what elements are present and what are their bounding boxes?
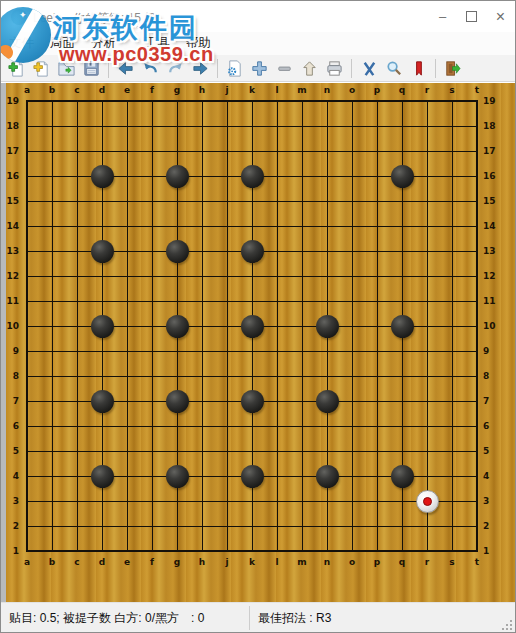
coord-label-row: 6	[483, 420, 498, 432]
black-stone-d7	[91, 390, 114, 413]
last-move-marker	[423, 497, 432, 506]
coord-label-row: 1	[4, 545, 19, 557]
goban-wood	[6, 83, 515, 602]
new-document-icon	[7, 59, 26, 78]
black-stone-g10	[166, 315, 189, 338]
toolbar-separator	[217, 59, 218, 78]
grid-line	[26, 376, 478, 377]
app-icon	[11, 9, 27, 25]
coord-label-row: 13	[483, 245, 498, 257]
save-floppy-icon	[82, 59, 101, 78]
grid-line	[26, 550, 478, 552]
coord-label-column: j	[220, 84, 234, 96]
coord-label-column: e	[120, 556, 134, 568]
grid-line	[427, 100, 428, 552]
coord-label-column: c	[70, 556, 84, 568]
coord-label-row: 19	[483, 95, 498, 107]
toolbar-button-delete[interactable]	[357, 57, 380, 80]
grid-line	[26, 526, 478, 527]
toolbar-button-exit[interactable]	[441, 57, 464, 80]
coord-label-row: 14	[483, 220, 498, 232]
coord-label-row: 16	[4, 170, 19, 182]
coord-label-column: n	[320, 556, 334, 568]
grid-line	[352, 100, 353, 552]
black-stone-g4	[166, 465, 189, 488]
black-stone-q16	[391, 165, 414, 188]
menu-help[interactable]: 帮助	[178, 32, 219, 55]
coord-label-row: 8	[4, 370, 19, 382]
grid-line	[452, 100, 453, 552]
resize-grip[interactable]	[502, 620, 512, 630]
black-stone-g7	[166, 390, 189, 413]
close-button[interactable]: ×	[486, 1, 515, 32]
coord-label-column: o	[345, 556, 359, 568]
black-stone-d4	[91, 465, 114, 488]
grid-line	[26, 351, 478, 352]
exit-door-icon	[443, 59, 462, 78]
coord-label-row: 10	[483, 320, 498, 332]
grid-line	[277, 100, 278, 552]
toolbar-button-bookmark[interactable]	[407, 57, 430, 80]
toolbar-button-go-first[interactable]	[114, 57, 137, 80]
status-komi-captures: 贴目: 0.5; 被提子数 白方: 0/黑方 : 0	[9, 610, 204, 627]
toolbar-button-up[interactable]	[298, 57, 321, 80]
red-bookmark-icon	[409, 59, 428, 78]
black-stone-k13	[241, 240, 264, 263]
grid-line	[377, 100, 378, 552]
coord-label-row: 2	[483, 520, 498, 532]
black-stone-d13	[91, 240, 114, 263]
coord-label-column: g	[170, 84, 184, 96]
coord-label-row: 19	[4, 95, 19, 107]
coord-label-column: e	[120, 84, 134, 96]
coord-label-column: l	[270, 556, 284, 568]
undo-icon	[141, 59, 160, 78]
menu-tools[interactable]: 工具	[137, 32, 178, 55]
coord-label-row: 12	[483, 270, 498, 282]
coord-label-row: 5	[4, 445, 19, 457]
toolbar-button-new[interactable]	[5, 57, 28, 80]
coord-label-row: 15	[483, 195, 498, 207]
coord-label-column: h	[195, 556, 209, 568]
x-icon	[359, 59, 378, 78]
toolbar	[1, 55, 515, 82]
coord-label-column: m	[295, 556, 309, 568]
status-bar: 贴目: 0.5; 被提子数 白方: 0/黑方 : 0 最佳招法 : R3	[1, 602, 515, 633]
toolbar-button-plus[interactable]	[248, 57, 271, 80]
grid-line	[302, 100, 303, 552]
window-controls: – ×	[428, 1, 515, 32]
black-stone-n4	[316, 465, 339, 488]
toolbar-separator	[435, 59, 436, 78]
toolbar-button-print[interactable]	[323, 57, 346, 80]
coord-label-row: 5	[483, 445, 498, 457]
black-stone-k16	[241, 165, 264, 188]
open-folder-icon	[57, 59, 76, 78]
coord-label-column: r	[420, 84, 434, 96]
coord-label-row: 18	[4, 120, 19, 132]
black-stone-d10	[91, 315, 114, 338]
black-stone-q4	[391, 465, 414, 488]
coord-label-column: p	[370, 556, 384, 568]
plus-icon	[250, 59, 269, 78]
coord-label-row: 3	[483, 495, 498, 507]
app-window: Leela - 你的等级: 15 级 – × 文件 局面 分析 工具 帮助	[0, 0, 516, 633]
coord-label-column: c	[70, 84, 84, 96]
coord-label-row: 17	[483, 145, 498, 157]
black-stone-k4	[241, 465, 264, 488]
black-stone-g13	[166, 240, 189, 263]
menu-position[interactable]: 局面	[42, 32, 83, 55]
coord-label-column: b	[45, 84, 59, 96]
coord-label-column: f	[145, 84, 159, 96]
magnifier-icon	[384, 59, 403, 78]
grid-line	[26, 426, 478, 427]
coord-label-row: 3	[4, 495, 19, 507]
coord-label-row: 14	[4, 220, 19, 232]
coord-label-row: 13	[4, 245, 19, 257]
black-stone-q10	[391, 315, 414, 338]
black-stone-k10	[241, 315, 264, 338]
coord-label-row: 4	[4, 470, 19, 482]
coord-label-column: b	[45, 556, 59, 568]
title-bar[interactable]: Leela - 你的等级: 15 级 – ×	[1, 1, 515, 32]
toolbar-separator	[351, 59, 352, 78]
coord-label-column: r	[420, 556, 434, 568]
status-divider	[249, 606, 250, 630]
coord-label-column: h	[195, 84, 209, 96]
coord-label-column: a	[20, 556, 34, 568]
grid-line	[26, 451, 478, 452]
coord-label-column: n	[320, 84, 334, 96]
toolbar-button-open[interactable]	[55, 57, 78, 80]
coord-label-column: q	[395, 556, 409, 568]
minimize-button[interactable]: –	[428, 1, 457, 32]
coord-label-column: j	[220, 556, 234, 568]
coord-label-column: t	[470, 84, 484, 96]
coord-label-row: 9	[4, 345, 19, 357]
coord-label-row: 6	[4, 420, 19, 432]
minus-icon	[275, 59, 294, 78]
coord-label-column: d	[95, 84, 109, 96]
redo-icon	[166, 59, 185, 78]
coord-label-column: f	[145, 556, 159, 568]
up-arrow-icon	[300, 59, 319, 78]
toolbar-button-redo[interactable]	[164, 57, 187, 80]
coord-label-column: k	[245, 84, 259, 96]
coord-label-column: o	[345, 84, 359, 96]
new-document-yellow-icon	[32, 59, 51, 78]
coord-label-column: g	[170, 556, 184, 568]
toolbar-button-new-variant[interactable]	[30, 57, 53, 80]
toolbar-button-engine-settings[interactable]	[223, 57, 246, 80]
toolbar-button-analyze[interactable]	[382, 57, 405, 80]
toolbar-separator	[108, 59, 109, 78]
toolbar-button-minus[interactable]	[273, 57, 296, 80]
coord-label-column: m	[295, 84, 309, 96]
coord-label-row: 7	[4, 395, 19, 407]
coord-label-row: 16	[483, 170, 498, 182]
arrow-left-icon	[116, 59, 135, 78]
coord-label-row: 18	[483, 120, 498, 132]
coord-label-row: 8	[483, 370, 498, 382]
coord-label-row: 17	[4, 145, 19, 157]
grid-line	[476, 100, 478, 552]
coord-label-column: k	[245, 556, 259, 568]
document-gear-icon	[225, 59, 244, 78]
black-stone-d16	[91, 165, 114, 188]
status-best-move: 最佳招法 : R3	[258, 610, 331, 627]
coord-label-row: 7	[483, 395, 498, 407]
coord-label-column: s	[445, 84, 459, 96]
printer-icon	[325, 59, 344, 78]
grid-line	[26, 501, 478, 502]
coord-label-row: 11	[483, 295, 498, 307]
maximize-icon	[466, 11, 477, 22]
menu-analysis[interactable]: 分析	[83, 32, 124, 55]
toolbar-button-go-last[interactable]	[189, 57, 212, 80]
menu-file[interactable]: 文件	[1, 32, 42, 55]
coord-label-column: d	[95, 556, 109, 568]
coord-label-row: 11	[4, 295, 19, 307]
coord-label-row: 2	[4, 520, 19, 532]
menu-bar: 文件 局面 分析 工具 帮助	[1, 32, 515, 55]
maximize-button[interactable]	[457, 1, 486, 32]
coord-label-column: q	[395, 84, 409, 96]
coord-label-row: 4	[483, 470, 498, 482]
coord-label-column: s	[445, 556, 459, 568]
coord-label-row: 1	[483, 545, 498, 557]
toolbar-button-save[interactable]	[80, 57, 103, 80]
toolbar-button-undo[interactable]	[139, 57, 162, 80]
arrow-right-icon	[191, 59, 210, 78]
coord-label-column: l	[270, 84, 284, 96]
goban[interactable]: aabbccddeeffgghhjjkkllmmnnooppqqrrsstt19…	[1, 83, 515, 602]
black-stone-k7	[241, 390, 264, 413]
black-stone-n7	[316, 390, 339, 413]
coord-label-column: p	[370, 84, 384, 96]
window-title: Leela - 你的等级: 15 级	[33, 10, 156, 27]
minimize-icon: –	[439, 9, 446, 24]
coord-label-row: 15	[4, 195, 19, 207]
coord-label-column: a	[20, 84, 34, 96]
black-stone-g16	[166, 165, 189, 188]
coord-label-row: 9	[483, 345, 498, 357]
coord-label-row: 12	[4, 270, 19, 282]
close-icon: ×	[496, 8, 505, 26]
coord-label-row: 10	[4, 320, 19, 332]
white-stone-r3	[416, 490, 439, 513]
black-stone-n10	[316, 315, 339, 338]
coord-label-column: t	[470, 556, 484, 568]
